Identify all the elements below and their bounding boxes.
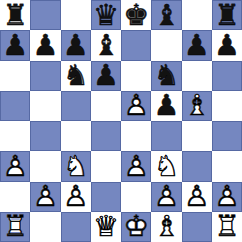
square-g8[interactable] <box>182 0 212 30</box>
white-piece-outline: ♖ <box>0 212 30 242</box>
chess-board: ♜♛♚♝♜♟♟♟♝♟♟♞♟♞♟♙♟♝♗♟♙♞♘♟♙♞♘♟♙♟♙♟♙♟♙♟♙♜♖♛… <box>0 0 242 242</box>
square-c4[interactable] <box>61 121 91 151</box>
square-b1[interactable] <box>30 212 60 242</box>
black-piece-glyph: ♜ <box>212 0 242 30</box>
black-bishop[interactable]: ♝ <box>91 30 121 60</box>
square-e8[interactable]: ♚ <box>121 0 151 30</box>
black-piece-glyph: ♞ <box>61 61 91 91</box>
black-pawn[interactable]: ♟ <box>0 30 30 60</box>
black-piece-glyph: ♟ <box>212 30 242 60</box>
square-d7[interactable]: ♝ <box>91 30 121 60</box>
square-g6[interactable] <box>182 61 212 91</box>
square-g2[interactable]: ♟♙ <box>182 182 212 212</box>
black-pawn[interactable]: ♟ <box>91 61 121 91</box>
square-b5[interactable] <box>30 91 60 121</box>
black-piece-glyph: ♟ <box>151 91 181 121</box>
square-f1[interactable]: ♝♗ <box>151 212 181 242</box>
square-g5[interactable]: ♝♗ <box>182 91 212 121</box>
square-a5[interactable] <box>0 91 30 121</box>
black-piece-glyph: ♜ <box>0 0 30 30</box>
square-c7[interactable]: ♟ <box>61 30 91 60</box>
square-a7[interactable]: ♟ <box>0 30 30 60</box>
square-e2[interactable] <box>121 182 151 212</box>
square-d8[interactable]: ♛ <box>91 0 121 30</box>
square-f6[interactable]: ♞ <box>151 61 181 91</box>
square-e1[interactable]: ♚♔ <box>121 212 151 242</box>
square-d3[interactable] <box>91 151 121 181</box>
white-piece-outline: ♙ <box>121 151 151 181</box>
white-pawn[interactable]: ♟♙ <box>151 182 181 212</box>
black-king[interactable]: ♚ <box>121 0 151 30</box>
black-queen[interactable]: ♛ <box>91 0 121 30</box>
square-c3[interactable]: ♞♘ <box>61 151 91 181</box>
square-a6[interactable] <box>0 61 30 91</box>
black-knight[interactable]: ♞ <box>61 61 91 91</box>
square-h5[interactable] <box>212 91 242 121</box>
square-h3[interactable] <box>212 151 242 181</box>
square-g1[interactable] <box>182 212 212 242</box>
square-d4[interactable] <box>91 121 121 151</box>
black-piece-glyph: ♝ <box>151 0 181 30</box>
white-piece-outline: ♘ <box>151 151 181 181</box>
white-piece-outline: ♙ <box>0 151 30 181</box>
square-g4[interactable] <box>182 121 212 151</box>
black-pawn[interactable]: ♟ <box>30 30 60 60</box>
white-knight[interactable]: ♞♘ <box>61 151 91 181</box>
white-rook[interactable]: ♜♖ <box>0 212 30 242</box>
square-f8[interactable]: ♝ <box>151 0 181 30</box>
white-piece-outline: ♖ <box>212 212 242 242</box>
square-c2[interactable]: ♟♙ <box>61 182 91 212</box>
black-pawn[interactable]: ♟ <box>61 30 91 60</box>
square-d6[interactable]: ♟ <box>91 61 121 91</box>
square-c8[interactable] <box>61 0 91 30</box>
black-pawn[interactable]: ♟ <box>182 30 212 60</box>
white-pawn[interactable]: ♟♙ <box>182 182 212 212</box>
square-h7[interactable]: ♟ <box>212 30 242 60</box>
black-piece-glyph: ♛ <box>91 0 121 30</box>
black-piece-glyph: ♟ <box>0 30 30 60</box>
black-piece-glyph: ♟ <box>91 61 121 91</box>
black-piece-glyph: ♟ <box>182 30 212 60</box>
square-e7[interactable] <box>121 30 151 60</box>
black-piece-glyph: ♟ <box>30 30 60 60</box>
white-bishop[interactable]: ♝♗ <box>151 212 181 242</box>
square-d2[interactable] <box>91 182 121 212</box>
square-b6[interactable] <box>30 61 60 91</box>
white-rook[interactable]: ♜♖ <box>212 212 242 242</box>
white-queen[interactable]: ♛♕ <box>91 212 121 242</box>
white-piece-outline: ♙ <box>212 182 242 212</box>
white-piece-outline: ♙ <box>182 182 212 212</box>
square-a3[interactable]: ♟♙ <box>0 151 30 181</box>
square-h6[interactable] <box>212 61 242 91</box>
square-h4[interactable] <box>212 121 242 151</box>
white-pawn[interactable]: ♟♙ <box>30 182 60 212</box>
white-piece-outline: ♗ <box>151 212 181 242</box>
square-b4[interactable] <box>30 121 60 151</box>
square-h8[interactable]: ♜ <box>212 0 242 30</box>
square-b2[interactable]: ♟♙ <box>30 182 60 212</box>
square-g7[interactable]: ♟ <box>182 30 212 60</box>
white-piece-outline: ♙ <box>121 91 151 121</box>
black-pawn[interactable]: ♟ <box>151 91 181 121</box>
white-pawn[interactable]: ♟♙ <box>121 151 151 181</box>
black-piece-glyph: ♚ <box>121 0 151 30</box>
square-b7[interactable]: ♟ <box>30 30 60 60</box>
square-c6[interactable]: ♞ <box>61 61 91 91</box>
square-h2[interactable]: ♟♙ <box>212 182 242 212</box>
square-f5[interactable]: ♟ <box>151 91 181 121</box>
square-f4[interactable] <box>151 121 181 151</box>
square-f2[interactable]: ♟♙ <box>151 182 181 212</box>
square-a4[interactable] <box>0 121 30 151</box>
square-a2[interactable] <box>0 182 30 212</box>
white-pawn[interactable]: ♟♙ <box>212 182 242 212</box>
square-h1[interactable]: ♜♖ <box>212 212 242 242</box>
white-pawn[interactable]: ♟♙ <box>0 151 30 181</box>
black-piece-glyph: ♝ <box>91 30 121 60</box>
white-pawn[interactable]: ♟♙ <box>61 182 91 212</box>
black-bishop[interactable]: ♝ <box>151 0 181 30</box>
black-piece-glyph: ♞ <box>151 61 181 91</box>
white-piece-outline: ♙ <box>151 182 181 212</box>
square-g3[interactable] <box>182 151 212 181</box>
square-a8[interactable]: ♜ <box>0 0 30 30</box>
square-a1[interactable]: ♜♖ <box>0 212 30 242</box>
square-e4[interactable] <box>121 121 151 151</box>
square-e5[interactable]: ♟♙ <box>121 91 151 121</box>
black-rook[interactable]: ♜ <box>212 0 242 30</box>
white-piece-outline: ♗ <box>182 91 212 121</box>
square-c5[interactable] <box>61 91 91 121</box>
white-king[interactable]: ♚♔ <box>121 212 151 242</box>
square-d1[interactable]: ♛♕ <box>91 212 121 242</box>
black-knight[interactable]: ♞ <box>151 61 181 91</box>
square-b8[interactable] <box>30 0 60 30</box>
white-piece-outline: ♙ <box>30 182 60 212</box>
black-rook[interactable]: ♜ <box>0 0 30 30</box>
white-piece-outline: ♕ <box>91 212 121 242</box>
black-piece-glyph: ♟ <box>61 30 91 60</box>
square-c1[interactable] <box>61 212 91 242</box>
white-piece-outline: ♔ <box>121 212 151 242</box>
white-knight[interactable]: ♞♘ <box>151 151 181 181</box>
square-f3[interactable]: ♞♘ <box>151 151 181 181</box>
black-pawn[interactable]: ♟ <box>212 30 242 60</box>
square-e3[interactable]: ♟♙ <box>121 151 151 181</box>
square-e6[interactable] <box>121 61 151 91</box>
white-pawn[interactable]: ♟♙ <box>121 91 151 121</box>
white-piece-outline: ♙ <box>61 182 91 212</box>
square-b3[interactable] <box>30 151 60 181</box>
white-bishop[interactable]: ♝♗ <box>182 91 212 121</box>
square-f7[interactable] <box>151 30 181 60</box>
square-d5[interactable] <box>91 91 121 121</box>
white-piece-outline: ♘ <box>61 151 91 181</box>
